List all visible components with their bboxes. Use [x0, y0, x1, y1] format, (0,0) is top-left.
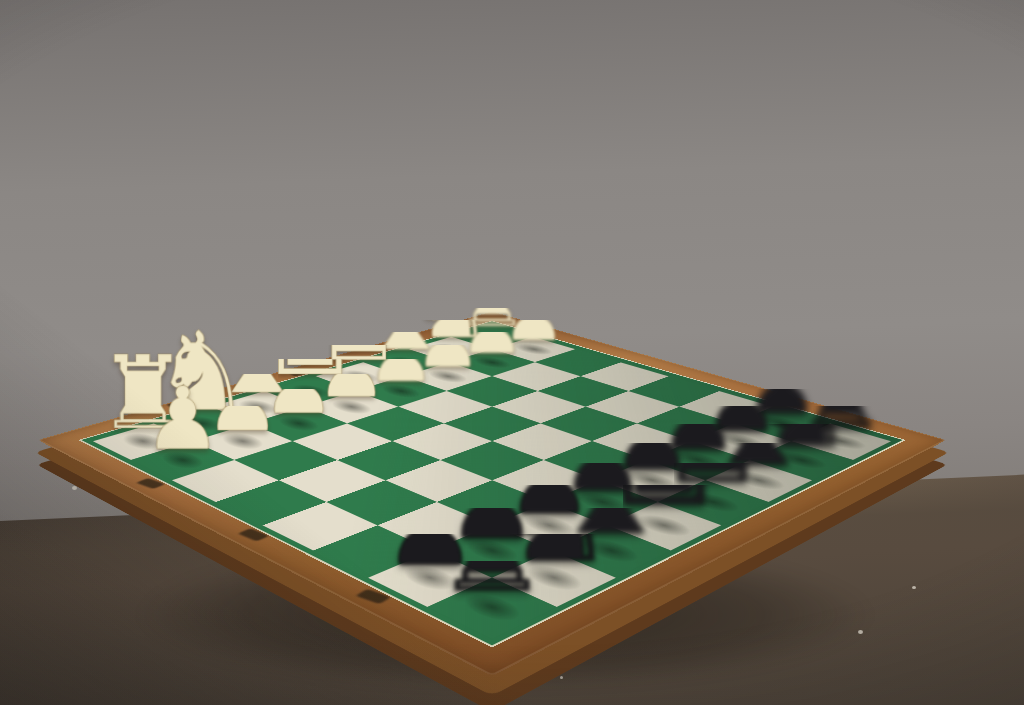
chess-photo-scene: ♜♟♟♜♞♟♟♞♝♟♟♝♛♟♟♛♚♟♟♚♝♟♟♝♞♟♟♞♜♟♟♜	[0, 0, 1024, 705]
piece-black-rook-h8[interactable]: ♜	[446, 561, 537, 652]
square-h2[interactable]: ♟	[131, 441, 234, 480]
white-pawn-glyph: ♟	[144, 379, 222, 461]
square-h4[interactable]	[216, 480, 327, 525]
square-h8[interactable]: ♜	[427, 578, 556, 639]
black-rook-glyph: ♜	[433, 483, 551, 608]
